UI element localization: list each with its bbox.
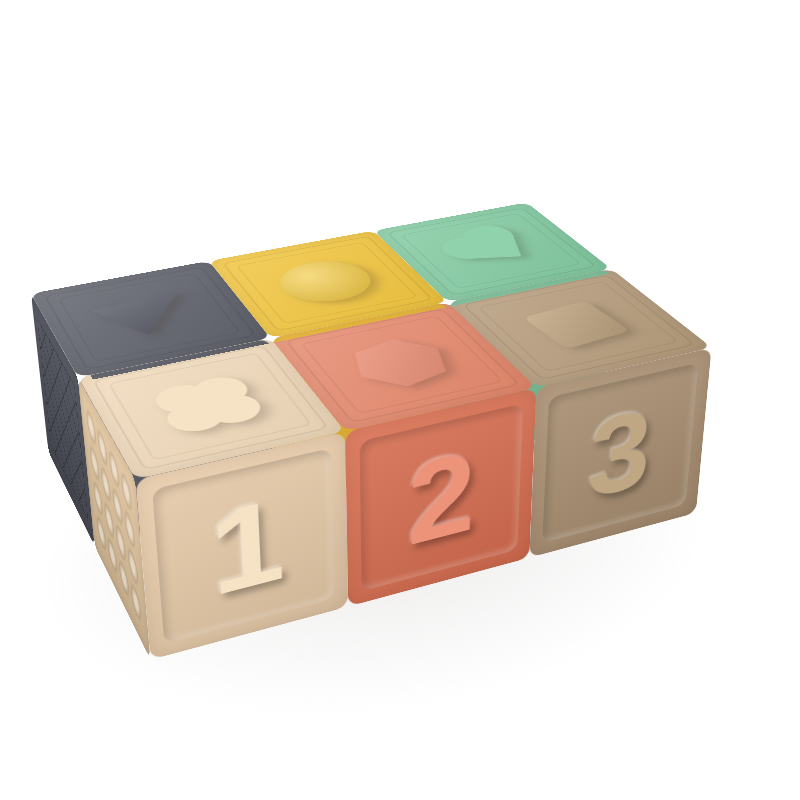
cylinder-stud bbox=[268, 256, 385, 309]
product-photo-scene: 1 2 bbox=[0, 0, 800, 800]
square-stud bbox=[523, 300, 631, 349]
heart-stud bbox=[464, 235, 521, 258]
triangle-stud bbox=[82, 289, 206, 346]
hexagon-stud bbox=[336, 332, 465, 394]
block-cream-number-1: 1 bbox=[105, 382, 311, 600]
clover-stud bbox=[146, 372, 271, 438]
heart-shape bbox=[464, 235, 521, 258]
